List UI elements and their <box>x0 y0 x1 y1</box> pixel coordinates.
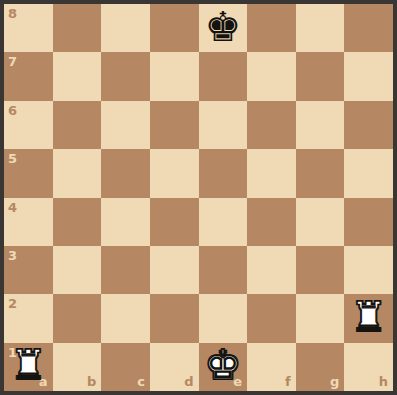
rank-label-6: 6 <box>8 104 17 117</box>
rank-label-3: 3 <box>8 249 17 262</box>
square-h7[interactable] <box>344 52 393 100</box>
square-c2[interactable] <box>101 294 150 342</box>
square-h5[interactable] <box>344 149 393 197</box>
square-a3[interactable]: 3 <box>4 246 53 294</box>
square-g2[interactable] <box>296 294 345 342</box>
square-g4[interactable] <box>296 198 345 246</box>
square-f6[interactable] <box>247 101 296 149</box>
square-g5[interactable] <box>296 149 345 197</box>
square-c4[interactable] <box>101 198 150 246</box>
square-h6[interactable] <box>344 101 393 149</box>
square-c6[interactable] <box>101 101 150 149</box>
square-f1[interactable]: f <box>247 343 296 391</box>
square-g3[interactable] <box>296 246 345 294</box>
file-label-b: b <box>87 375 96 388</box>
piece-black-king[interactable]: ♚ <box>204 7 241 48</box>
square-b5[interactable] <box>53 149 102 197</box>
file-label-f: f <box>285 375 291 388</box>
square-g7[interactable] <box>296 52 345 100</box>
square-b7[interactable] <box>53 52 102 100</box>
square-h1[interactable]: h <box>344 343 393 391</box>
square-f2[interactable] <box>247 294 296 342</box>
file-label-c: c <box>137 375 145 388</box>
square-a1[interactable]: 1a♜ <box>4 343 53 391</box>
square-a2[interactable]: 2 <box>4 294 53 342</box>
square-e4[interactable] <box>199 198 248 246</box>
square-e2[interactable] <box>199 294 248 342</box>
square-e6[interactable] <box>199 101 248 149</box>
square-d2[interactable] <box>150 294 199 342</box>
square-b8[interactable] <box>53 4 102 52</box>
square-d5[interactable] <box>150 149 199 197</box>
file-label-d: d <box>184 375 193 388</box>
file-label-h: h <box>379 375 388 388</box>
square-a8[interactable]: 8 <box>4 4 53 52</box>
square-d4[interactable] <box>150 198 199 246</box>
square-d6[interactable] <box>150 101 199 149</box>
square-h3[interactable] <box>344 246 393 294</box>
chess-board: 8♚765432♜1a♜bcde♚fgh <box>4 4 393 391</box>
rank-label-5: 5 <box>8 152 17 165</box>
piece-white-king[interactable]: ♚ <box>204 345 241 386</box>
square-a5[interactable]: 5 <box>4 149 53 197</box>
square-e3[interactable] <box>199 246 248 294</box>
square-d3[interactable] <box>150 246 199 294</box>
square-e7[interactable] <box>199 52 248 100</box>
rank-label-8: 8 <box>8 7 17 20</box>
square-b3[interactable] <box>53 246 102 294</box>
square-b2[interactable] <box>53 294 102 342</box>
square-d1[interactable]: d <box>150 343 199 391</box>
square-f5[interactable] <box>247 149 296 197</box>
square-a7[interactable]: 7 <box>4 52 53 100</box>
board-frame: 8♚765432♜1a♜bcde♚fgh <box>0 0 397 395</box>
square-c3[interactable] <box>101 246 150 294</box>
square-f4[interactable] <box>247 198 296 246</box>
square-b6[interactable] <box>53 101 102 149</box>
square-c7[interactable] <box>101 52 150 100</box>
rank-label-7: 7 <box>8 55 17 68</box>
square-g6[interactable] <box>296 101 345 149</box>
square-b4[interactable] <box>53 198 102 246</box>
square-g1[interactable]: g <box>296 343 345 391</box>
square-a6[interactable]: 6 <box>4 101 53 149</box>
square-e5[interactable] <box>199 149 248 197</box>
square-b1[interactable]: b <box>53 343 102 391</box>
square-f8[interactable] <box>247 4 296 52</box>
square-c5[interactable] <box>101 149 150 197</box>
square-d8[interactable] <box>150 4 199 52</box>
square-h2[interactable]: ♜ <box>344 294 393 342</box>
piece-white-rook[interactable]: ♜ <box>350 297 387 338</box>
piece-white-rook[interactable]: ♜ <box>10 345 47 386</box>
square-d7[interactable] <box>150 52 199 100</box>
square-h8[interactable] <box>344 4 393 52</box>
square-e1[interactable]: e♚ <box>199 343 248 391</box>
square-g8[interactable] <box>296 4 345 52</box>
square-h4[interactable] <box>344 198 393 246</box>
square-a4[interactable]: 4 <box>4 198 53 246</box>
square-c8[interactable] <box>101 4 150 52</box>
square-f3[interactable] <box>247 246 296 294</box>
file-label-g: g <box>330 375 339 388</box>
rank-label-4: 4 <box>8 201 17 214</box>
square-f7[interactable] <box>247 52 296 100</box>
rank-label-2: 2 <box>8 297 17 310</box>
square-c1[interactable]: c <box>101 343 150 391</box>
square-e8[interactable]: ♚ <box>199 4 248 52</box>
